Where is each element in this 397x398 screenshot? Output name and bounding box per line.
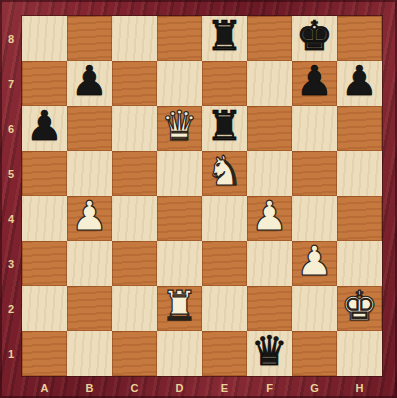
square-f5[interactable] <box>247 151 292 196</box>
square-g5[interactable] <box>292 151 337 196</box>
file-label-e: E <box>202 378 247 398</box>
square-f2[interactable] <box>247 286 292 331</box>
square-c5[interactable] <box>112 151 157 196</box>
square-c8[interactable] <box>112 16 157 61</box>
square-h6[interactable] <box>337 106 382 151</box>
square-f8[interactable] <box>247 16 292 61</box>
square-h2[interactable]: ♚ <box>337 286 382 331</box>
square-e3[interactable] <box>202 241 247 286</box>
black-pawn-g7[interactable]: ♟ <box>296 61 333 102</box>
square-f4[interactable]: ♟ <box>247 196 292 241</box>
square-b3[interactable] <box>67 241 112 286</box>
square-d5[interactable] <box>157 151 202 196</box>
square-b7[interactable]: ♟ <box>67 61 112 106</box>
black-queen-f1[interactable]: ♛ <box>251 331 288 372</box>
square-a3[interactable] <box>22 241 67 286</box>
rank-labels: 87654321 <box>0 16 22 376</box>
chess-board-window: ♜♚♟♟♟♟♛♜♞♟♟♟♜♚♛ 87654321 ABCDEFGH <box>0 0 397 398</box>
square-a1[interactable] <box>22 331 67 376</box>
square-f3[interactable] <box>247 241 292 286</box>
white-pawn-g3[interactable]: ♟ <box>296 241 333 282</box>
file-label-c: C <box>112 378 157 398</box>
white-pawn-b4[interactable]: ♟ <box>71 196 108 237</box>
square-c3[interactable] <box>112 241 157 286</box>
square-d2[interactable]: ♜ <box>157 286 202 331</box>
square-e1[interactable] <box>202 331 247 376</box>
square-d1[interactable] <box>157 331 202 376</box>
rank-label-7: 7 <box>0 61 22 106</box>
square-d4[interactable] <box>157 196 202 241</box>
rank-label-1: 1 <box>0 331 22 376</box>
rank-label-5: 5 <box>0 151 22 196</box>
rank-label-2: 2 <box>0 286 22 331</box>
file-label-g: G <box>292 378 337 398</box>
black-rook-e8[interactable]: ♜ <box>206 16 243 57</box>
square-c7[interactable] <box>112 61 157 106</box>
file-labels: ABCDEFGH <box>22 378 382 398</box>
square-a4[interactable] <box>22 196 67 241</box>
square-e4[interactable] <box>202 196 247 241</box>
chess-board: ♜♚♟♟♟♟♛♜♞♟♟♟♜♚♛ <box>22 16 382 376</box>
square-b6[interactable] <box>67 106 112 151</box>
square-f7[interactable] <box>247 61 292 106</box>
square-f6[interactable] <box>247 106 292 151</box>
rank-label-8: 8 <box>0 16 22 61</box>
square-h8[interactable] <box>337 16 382 61</box>
square-a8[interactable] <box>22 16 67 61</box>
square-c1[interactable] <box>112 331 157 376</box>
square-b2[interactable] <box>67 286 112 331</box>
rank-label-3: 3 <box>0 241 22 286</box>
square-b1[interactable] <box>67 331 112 376</box>
square-a6[interactable]: ♟ <box>22 106 67 151</box>
square-c6[interactable] <box>112 106 157 151</box>
white-knight-e5[interactable]: ♞ <box>206 151 243 192</box>
white-pawn-f4[interactable]: ♟ <box>251 196 288 237</box>
square-h4[interactable] <box>337 196 382 241</box>
square-e6[interactable]: ♜ <box>202 106 247 151</box>
square-b4[interactable]: ♟ <box>67 196 112 241</box>
rank-label-4: 4 <box>0 196 22 241</box>
white-king-h2[interactable]: ♚ <box>341 286 378 327</box>
black-rook-e6[interactable]: ♜ <box>206 106 243 147</box>
file-label-h: H <box>337 378 382 398</box>
square-f1[interactable]: ♛ <box>247 331 292 376</box>
square-g7[interactable]: ♟ <box>292 61 337 106</box>
square-g8[interactable]: ♚ <box>292 16 337 61</box>
white-queen-d6[interactable]: ♛ <box>161 106 198 147</box>
square-b8[interactable] <box>67 16 112 61</box>
square-h1[interactable] <box>337 331 382 376</box>
square-c4[interactable] <box>112 196 157 241</box>
square-d7[interactable] <box>157 61 202 106</box>
square-h5[interactable] <box>337 151 382 196</box>
rank-label-6: 6 <box>0 106 22 151</box>
square-a2[interactable] <box>22 286 67 331</box>
black-pawn-b7[interactable]: ♟ <box>71 61 108 102</box>
white-rook-d2[interactable]: ♜ <box>161 286 198 327</box>
file-label-b: B <box>67 378 112 398</box>
square-g1[interactable] <box>292 331 337 376</box>
square-d6[interactable]: ♛ <box>157 106 202 151</box>
file-label-a: A <box>22 378 67 398</box>
black-pawn-h7[interactable]: ♟ <box>341 61 378 102</box>
square-e5[interactable]: ♞ <box>202 151 247 196</box>
square-g4[interactable] <box>292 196 337 241</box>
square-a7[interactable] <box>22 61 67 106</box>
square-a5[interactable] <box>22 151 67 196</box>
square-g2[interactable] <box>292 286 337 331</box>
file-label-d: D <box>157 378 202 398</box>
square-e7[interactable] <box>202 61 247 106</box>
square-g6[interactable] <box>292 106 337 151</box>
square-h7[interactable]: ♟ <box>337 61 382 106</box>
square-e2[interactable] <box>202 286 247 331</box>
square-g3[interactable]: ♟ <box>292 241 337 286</box>
square-d8[interactable] <box>157 16 202 61</box>
square-d3[interactable] <box>157 241 202 286</box>
square-h3[interactable] <box>337 241 382 286</box>
square-c2[interactable] <box>112 286 157 331</box>
black-pawn-a6[interactable]: ♟ <box>26 106 63 147</box>
square-b5[interactable] <box>67 151 112 196</box>
black-king-g8[interactable]: ♚ <box>296 16 333 57</box>
square-e8[interactable]: ♜ <box>202 16 247 61</box>
file-label-f: F <box>247 378 292 398</box>
